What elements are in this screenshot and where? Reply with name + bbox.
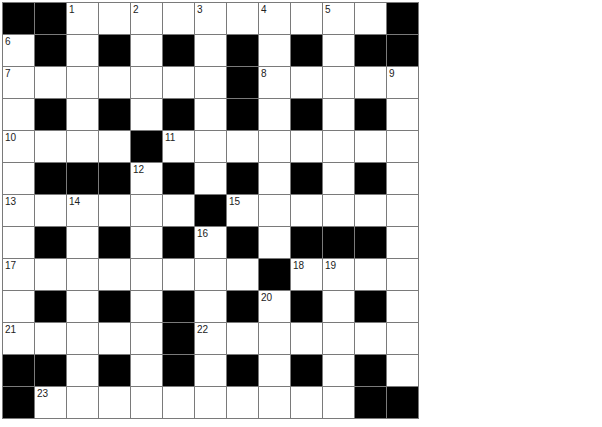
black-cell — [99, 227, 131, 259]
white-cell[interactable] — [67, 227, 99, 259]
white-cell[interactable] — [131, 99, 163, 131]
white-cell[interactable] — [387, 195, 419, 227]
clue-number: 20 — [261, 292, 272, 303]
white-cell[interactable] — [67, 67, 99, 99]
black-cell — [355, 355, 387, 387]
white-cell[interactable]: 4 — [259, 3, 291, 35]
white-cell[interactable] — [227, 323, 259, 355]
black-cell — [99, 35, 131, 67]
white-cell[interactable] — [131, 67, 163, 99]
clue-number: 14 — [69, 196, 80, 207]
white-cell[interactable] — [131, 227, 163, 259]
white-cell[interactable] — [323, 163, 355, 195]
white-cell[interactable] — [259, 163, 291, 195]
black-cell — [291, 99, 323, 131]
white-cell[interactable] — [131, 323, 163, 355]
white-cell[interactable] — [323, 323, 355, 355]
white-cell[interactable] — [291, 195, 323, 227]
black-cell — [291, 227, 323, 259]
white-cell[interactable] — [99, 195, 131, 227]
white-cell[interactable] — [291, 323, 323, 355]
white-cell[interactable] — [323, 99, 355, 131]
white-cell[interactable] — [35, 259, 67, 291]
white-cell[interactable] — [99, 3, 131, 35]
black-cell — [227, 227, 259, 259]
white-cell[interactable] — [195, 259, 227, 291]
white-cell[interactable]: 19 — [323, 259, 355, 291]
clue-number: 21 — [5, 324, 16, 335]
white-cell[interactable] — [131, 259, 163, 291]
black-cell — [195, 195, 227, 227]
white-cell[interactable] — [291, 67, 323, 99]
white-cell[interactable] — [387, 99, 419, 131]
black-cell — [323, 227, 355, 259]
white-cell[interactable]: 9 — [387, 67, 419, 99]
white-cell[interactable] — [259, 355, 291, 387]
white-cell[interactable] — [195, 163, 227, 195]
black-cell — [259, 259, 291, 291]
white-cell[interactable] — [67, 99, 99, 131]
black-cell — [163, 35, 195, 67]
white-cell[interactable] — [291, 3, 323, 35]
white-cell[interactable] — [195, 99, 227, 131]
black-cell — [99, 291, 131, 323]
black-cell — [227, 35, 259, 67]
black-cell — [163, 291, 195, 323]
white-cell[interactable] — [163, 259, 195, 291]
white-cell[interactable]: 10 — [3, 131, 35, 163]
white-cell[interactable]: 20 — [259, 291, 291, 323]
white-cell[interactable] — [99, 67, 131, 99]
white-cell[interactable] — [227, 3, 259, 35]
white-cell[interactable] — [227, 387, 259, 419]
white-cell[interactable] — [131, 35, 163, 67]
white-cell[interactable]: 2 — [131, 3, 163, 35]
black-cell — [3, 3, 35, 35]
white-cell[interactable] — [163, 3, 195, 35]
white-cell[interactable]: 22 — [195, 323, 227, 355]
clue-number: 19 — [325, 260, 336, 271]
black-cell — [163, 227, 195, 259]
white-cell[interactable] — [67, 355, 99, 387]
black-cell — [35, 355, 67, 387]
white-cell[interactable] — [131, 291, 163, 323]
white-cell[interactable] — [323, 195, 355, 227]
black-cell — [35, 227, 67, 259]
clue-number: 10 — [5, 132, 16, 143]
page-background: 1234567891011121314151617181920212223 — [0, 0, 602, 427]
clue-number: 6 — [5, 36, 11, 47]
black-cell — [3, 387, 35, 419]
white-cell[interactable] — [259, 227, 291, 259]
white-cell[interactable]: 17 — [3, 259, 35, 291]
white-cell[interactable] — [387, 131, 419, 163]
black-cell — [99, 99, 131, 131]
black-cell — [99, 163, 131, 195]
clue-number: 3 — [197, 4, 203, 15]
white-cell[interactable] — [387, 323, 419, 355]
black-cell — [67, 163, 99, 195]
black-cell — [387, 35, 419, 67]
white-cell[interactable] — [131, 387, 163, 419]
black-cell — [3, 355, 35, 387]
black-cell — [355, 99, 387, 131]
white-cell[interactable]: 12 — [131, 163, 163, 195]
black-cell — [35, 99, 67, 131]
black-cell — [355, 35, 387, 67]
black-cell — [387, 387, 419, 419]
white-cell[interactable] — [35, 195, 67, 227]
white-cell[interactable] — [3, 227, 35, 259]
black-cell — [227, 291, 259, 323]
clue-number: 1 — [69, 4, 75, 15]
white-cell[interactable]: 6 — [3, 35, 35, 67]
clue-number: 17 — [5, 260, 16, 271]
white-cell[interactable] — [67, 323, 99, 355]
white-cell[interactable]: 8 — [259, 67, 291, 99]
white-cell[interactable] — [259, 387, 291, 419]
white-cell[interactable] — [195, 291, 227, 323]
white-cell[interactable] — [67, 291, 99, 323]
white-cell[interactable]: 23 — [35, 387, 67, 419]
white-cell[interactable] — [259, 323, 291, 355]
white-cell[interactable] — [3, 291, 35, 323]
white-cell[interactable]: 16 — [195, 227, 227, 259]
white-cell[interactable] — [227, 131, 259, 163]
black-cell — [35, 163, 67, 195]
black-cell — [291, 35, 323, 67]
clue-number: 8 — [261, 68, 267, 79]
clue-number: 12 — [133, 164, 144, 175]
white-cell[interactable] — [163, 67, 195, 99]
black-cell — [355, 291, 387, 323]
white-cell[interactable] — [99, 387, 131, 419]
white-cell[interactable] — [323, 35, 355, 67]
white-cell[interactable] — [291, 131, 323, 163]
clue-number: 5 — [325, 4, 331, 15]
black-cell — [99, 355, 131, 387]
black-cell — [291, 355, 323, 387]
white-cell[interactable] — [35, 323, 67, 355]
white-cell[interactable] — [67, 387, 99, 419]
black-cell — [355, 387, 387, 419]
white-cell[interactable] — [355, 259, 387, 291]
white-cell[interactable]: 18 — [291, 259, 323, 291]
white-cell[interactable] — [323, 387, 355, 419]
white-cell[interactable] — [355, 3, 387, 35]
white-cell[interactable]: 14 — [67, 195, 99, 227]
black-cell — [163, 99, 195, 131]
white-cell[interactable]: 1 — [67, 3, 99, 35]
white-cell[interactable] — [323, 67, 355, 99]
white-cell[interactable] — [387, 355, 419, 387]
clue-number: 11 — [165, 132, 175, 143]
white-cell[interactable] — [131, 195, 163, 227]
clue-number: 7 — [5, 68, 11, 79]
white-cell[interactable]: 15 — [227, 195, 259, 227]
clue-number: 4 — [261, 4, 267, 15]
black-cell — [227, 99, 259, 131]
clue-number: 13 — [5, 196, 16, 207]
black-cell — [131, 131, 163, 163]
clue-number: 15 — [229, 196, 240, 207]
white-cell[interactable] — [195, 35, 227, 67]
white-cell[interactable] — [259, 99, 291, 131]
white-cell[interactable] — [67, 35, 99, 67]
white-cell[interactable] — [3, 99, 35, 131]
white-cell[interactable] — [259, 131, 291, 163]
white-cell[interactable]: 5 — [323, 3, 355, 35]
black-cell — [227, 67, 259, 99]
white-cell[interactable] — [35, 131, 67, 163]
white-cell[interactable]: 13 — [3, 195, 35, 227]
white-cell[interactable] — [163, 387, 195, 419]
clue-number: 2 — [133, 4, 139, 15]
black-cell — [227, 355, 259, 387]
black-cell — [163, 355, 195, 387]
white-cell[interactable]: 3 — [195, 3, 227, 35]
white-cell[interactable] — [387, 163, 419, 195]
black-cell — [35, 35, 67, 67]
black-cell — [387, 3, 419, 35]
white-cell[interactable] — [99, 323, 131, 355]
white-cell[interactable] — [323, 291, 355, 323]
black-cell — [355, 227, 387, 259]
white-cell[interactable] — [195, 67, 227, 99]
white-cell[interactable] — [131, 355, 163, 387]
white-cell[interactable] — [195, 387, 227, 419]
black-cell — [355, 163, 387, 195]
white-cell[interactable] — [3, 163, 35, 195]
clue-number: 9 — [389, 68, 395, 79]
clue-number: 18 — [293, 260, 304, 271]
white-cell[interactable]: 21 — [3, 323, 35, 355]
white-cell[interactable] — [99, 259, 131, 291]
white-cell[interactable] — [259, 195, 291, 227]
white-cell[interactable] — [387, 259, 419, 291]
white-cell[interactable] — [195, 131, 227, 163]
black-cell — [163, 163, 195, 195]
crossword-grid: 1234567891011121314151617181920212223 — [2, 2, 419, 419]
white-cell[interactable] — [355, 323, 387, 355]
white-cell[interactable] — [99, 131, 131, 163]
black-cell — [291, 163, 323, 195]
white-cell[interactable] — [67, 131, 99, 163]
white-cell[interactable] — [387, 291, 419, 323]
white-cell[interactable] — [195, 355, 227, 387]
black-cell — [35, 3, 67, 35]
white-cell[interactable] — [163, 195, 195, 227]
white-cell[interactable] — [355, 67, 387, 99]
black-cell — [35, 291, 67, 323]
white-cell[interactable] — [35, 67, 67, 99]
clue-number: 16 — [197, 228, 208, 239]
black-cell — [163, 323, 195, 355]
black-cell — [227, 163, 259, 195]
white-cell[interactable] — [259, 35, 291, 67]
white-cell[interactable]: 7 — [3, 67, 35, 99]
white-cell[interactable]: 11 — [163, 131, 195, 163]
clue-number: 22 — [197, 324, 208, 335]
white-cell[interactable] — [291, 387, 323, 419]
white-cell[interactable] — [67, 259, 99, 291]
white-cell[interactable] — [355, 195, 387, 227]
white-cell[interactable] — [323, 355, 355, 387]
clue-number: 23 — [37, 388, 48, 399]
white-cell[interactable] — [387, 227, 419, 259]
white-cell[interactable] — [227, 259, 259, 291]
black-cell — [291, 291, 323, 323]
white-cell[interactable] — [355, 131, 387, 163]
white-cell[interactable] — [323, 131, 355, 163]
